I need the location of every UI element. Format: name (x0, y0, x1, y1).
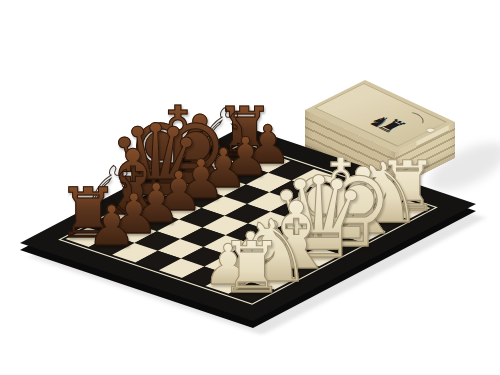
chess-set-photo: ♞♜ ♜♞♝♛♚♝♞♜♟♟♟♟♟♟♟♟♟♟♟♟♟♟♟♟♜♞♝♛♚♝♞♜ (0, 0, 500, 375)
